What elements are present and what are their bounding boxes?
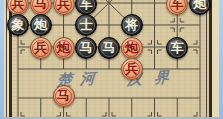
piece-black-elephant[interactable]: 象 [7, 14, 29, 36]
piece-glyph: 士 [80, 14, 93, 36]
piece-red-soldier[interactable]: 兵 [121, 58, 143, 80]
piece-glyph: 炮 [125, 37, 138, 59]
piece-glyph: 兵 [34, 37, 47, 59]
piece-black-horse[interactable]: 马 [75, 37, 97, 59]
piece-red-soldier[interactable]: 兵 [7, 0, 29, 15]
piece-black-horse[interactable]: 马 [98, 37, 120, 59]
pieces-layer: 兵马兵车车炮象炮士将兵炮马马炮车兵马 [0, 0, 223, 119]
piece-glyph: 兵 [12, 0, 25, 15]
piece-black-chariot[interactable]: 车 [75, 0, 97, 15]
xiangqi-screenshot: 楚河 汉界 兵马兵车车炮象炮士将兵炮马马炮车兵马 [0, 0, 223, 119]
piece-red-chariot[interactable]: 车 [166, 0, 188, 15]
piece-glyph: 炮 [34, 14, 47, 36]
piece-red-horse[interactable]: 马 [53, 85, 75, 107]
piece-red-horse[interactable]: 马 [30, 0, 52, 15]
piece-glyph: 马 [103, 37, 116, 59]
piece-red-soldier[interactable]: 兵 [30, 37, 52, 59]
piece-black-chariot[interactable]: 车 [166, 37, 188, 59]
piece-glyph: 马 [80, 37, 93, 59]
piece-red-cannon[interactable]: 炮 [53, 37, 75, 59]
piece-black-cannon[interactable]: 炮 [189, 0, 211, 15]
piece-glyph: 炮 [57, 37, 70, 59]
piece-glyph: 将 [125, 14, 138, 36]
piece-glyph: 象 [12, 14, 25, 36]
piece-black-general[interactable]: 将 [121, 14, 143, 36]
piece-glyph: 马 [57, 85, 70, 107]
piece-glyph: 车 [171, 37, 184, 59]
piece-glyph: 马 [34, 0, 47, 15]
piece-red-cannon[interactable]: 炮 [121, 37, 143, 59]
piece-glyph: 兵 [125, 58, 138, 80]
piece-black-advisor[interactable]: 士 [75, 14, 97, 36]
piece-glyph: 车 [80, 0, 93, 15]
piece-red-soldier[interactable]: 兵 [53, 0, 75, 15]
piece-glyph: 兵 [57, 0, 70, 15]
piece-glyph: 炮 [194, 0, 207, 15]
piece-black-cannon[interactable]: 炮 [30, 14, 52, 36]
piece-glyph: 车 [171, 0, 184, 15]
